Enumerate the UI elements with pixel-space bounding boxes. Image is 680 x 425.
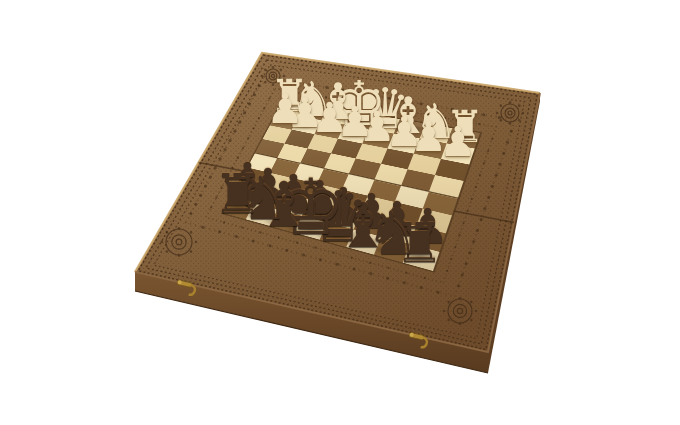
product-photo-stage: ♜♞♝♛♚♝♞♜♟♟♟♟♟♟♟♟♟♟♟♟♟♟♟♟♜♞♝♛♚♝♞♜ [0, 0, 680, 425]
